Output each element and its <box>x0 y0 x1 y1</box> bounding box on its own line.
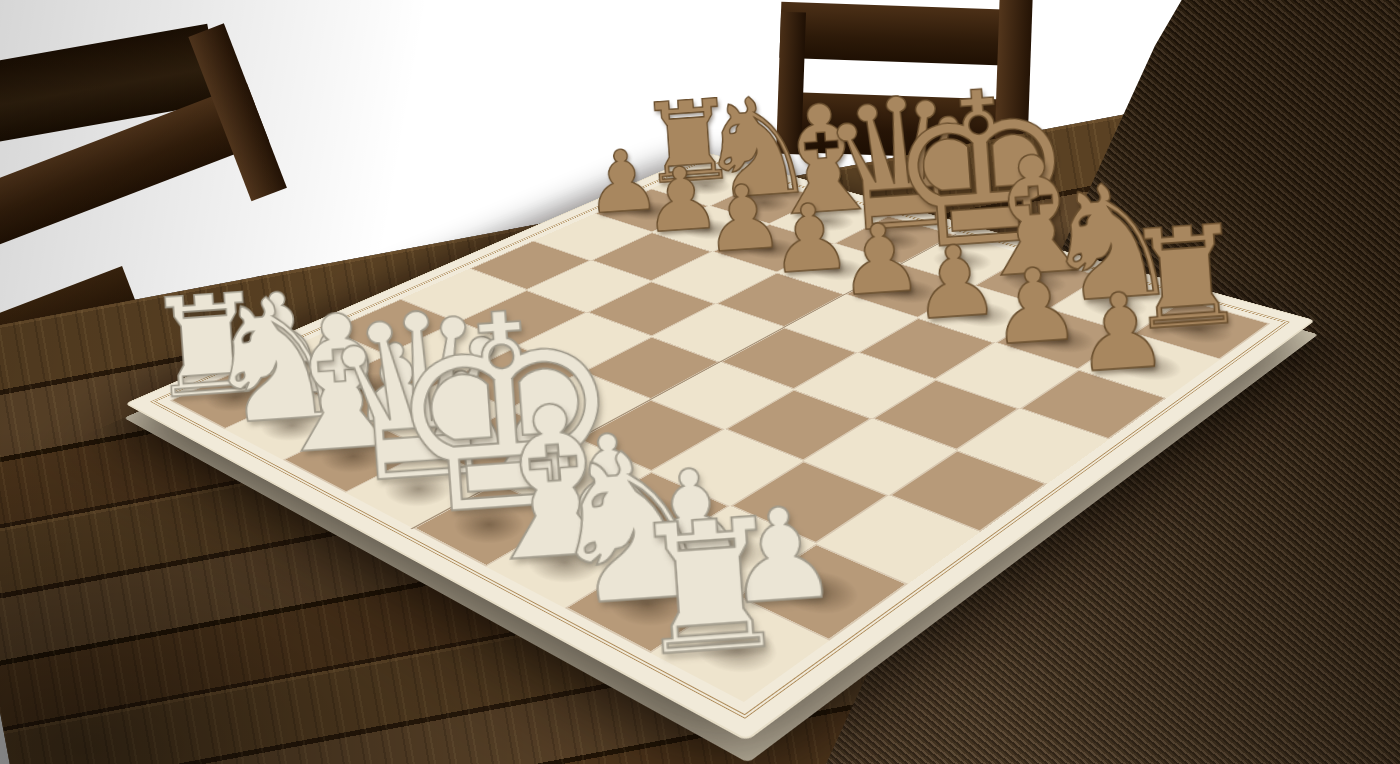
chess-board: ♜♞♝♛♚♝♞♜♟♟♟♟♟♟♟♟♟♟♟♟♟♟♟♟♜♞♝♛♚♝♞♜ <box>128 153 1313 739</box>
chess-board-grid: ♜♞♝♛♚♝♞♜♟♟♟♟♟♟♟♟♟♟♟♟♟♟♟♟♜♞♝♛♚♝♞♜ <box>170 165 1270 702</box>
square-h6 <box>1019 369 1166 439</box>
board-perspective-wrapper: ♜♞♝♛♚♝♞♜♟♟♟♟♟♟♟♟♟♟♟♟♟♟♟♟♜♞♝♛♚♝♞♜ <box>38 0 1400 764</box>
photo-canvas: { "game": { "name": "chess", "descriptio… <box>0 0 1400 764</box>
brown-bishop: ♝ <box>957 139 1060 299</box>
board-scene: ♜♞♝♛♚♝♞♜♟♟♟♟♟♟♟♟♟♟♟♟♟♟♟♟♜♞♝♛♚♝♞♜ <box>0 0 1400 764</box>
piece-shadow <box>981 260 1091 304</box>
